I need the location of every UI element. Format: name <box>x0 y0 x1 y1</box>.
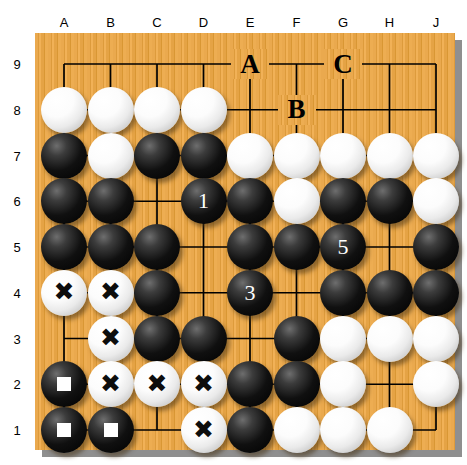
stone-white[interactable] <box>274 407 320 453</box>
x-mark: ✖ <box>193 417 214 442</box>
stone-white[interactable]: ✖ <box>88 316 134 362</box>
row-label: 9 <box>13 58 20 71</box>
go-board: 15✖✖3✖✖✖✖✖ABC <box>35 33 455 450</box>
stone-black[interactable] <box>41 178 87 224</box>
stone-black[interactable] <box>41 407 87 453</box>
stone-black[interactable] <box>88 178 134 224</box>
point-letter-text: C <box>333 51 353 78</box>
stone-black[interactable] <box>227 178 273 224</box>
stone-black[interactable] <box>41 133 87 179</box>
row-label: 2 <box>13 378 20 391</box>
stone-black[interactable]: 1 <box>181 178 227 224</box>
stone-black[interactable] <box>134 316 180 362</box>
stone-black[interactable]: 3 <box>227 270 273 316</box>
square-mark <box>104 423 118 437</box>
square-mark <box>57 377 71 391</box>
move-number-label: 5 <box>338 236 349 258</box>
stone-black[interactable] <box>181 133 227 179</box>
stone-white[interactable] <box>320 133 366 179</box>
stone-white[interactable]: ✖ <box>181 407 227 453</box>
go-diagram: ABCDEFGHJ 987654321 15✖✖3✖✖✖✖✖ABC <box>0 0 467 465</box>
column-label: C <box>152 16 161 29</box>
stone-white[interactable] <box>88 133 134 179</box>
row-label: 7 <box>13 149 20 162</box>
stone-white[interactable]: ✖ <box>181 361 227 407</box>
x-mark: ✖ <box>193 371 214 396</box>
stone-black[interactable] <box>134 224 180 270</box>
stone-black[interactable] <box>227 224 273 270</box>
stone-white[interactable] <box>320 316 366 362</box>
row-label: 3 <box>13 332 20 345</box>
column-label: E <box>246 16 255 29</box>
stone-black[interactable] <box>413 224 459 270</box>
stone-white[interactable] <box>181 87 227 133</box>
point-letter-label[interactable]: B <box>278 95 316 125</box>
row-label: 6 <box>13 195 20 208</box>
row-label: 4 <box>13 286 20 299</box>
stone-white[interactable] <box>227 133 273 179</box>
stone-black[interactable] <box>88 407 134 453</box>
column-label: A <box>60 16 69 29</box>
stone-white[interactable]: ✖ <box>88 361 134 407</box>
stone-black[interactable] <box>413 270 459 316</box>
x-mark: ✖ <box>147 371 168 396</box>
stone-white[interactable] <box>413 361 459 407</box>
column-label: F <box>293 16 301 29</box>
move-number-label: 1 <box>198 190 209 212</box>
x-mark: ✖ <box>100 325 121 350</box>
stone-white[interactable] <box>367 407 413 453</box>
x-mark: ✖ <box>100 371 121 396</box>
stone-black[interactable] <box>274 224 320 270</box>
row-label: 8 <box>13 103 20 116</box>
stone-white[interactable] <box>274 133 320 179</box>
point-letter-label[interactable]: C <box>324 49 362 79</box>
square-mark <box>57 423 71 437</box>
stone-black[interactable] <box>367 270 413 316</box>
stone-white[interactable] <box>41 87 87 133</box>
stone-white[interactable] <box>274 178 320 224</box>
point-letter-text: A <box>240 51 260 78</box>
stone-black[interactable]: 5 <box>320 224 366 270</box>
stone-black[interactable] <box>134 270 180 316</box>
stone-white[interactable] <box>367 316 413 362</box>
stone-white[interactable] <box>413 178 459 224</box>
stone-black[interactable] <box>274 361 320 407</box>
stone-white[interactable] <box>88 87 134 133</box>
stone-black[interactable] <box>367 178 413 224</box>
column-label: B <box>106 16 115 29</box>
column-label: H <box>385 16 394 29</box>
stone-black[interactable] <box>274 316 320 362</box>
stone-black[interactable] <box>41 224 87 270</box>
stone-white[interactable] <box>320 407 366 453</box>
stone-white[interactable]: ✖ <box>41 270 87 316</box>
point-letter-label[interactable]: A <box>231 49 269 79</box>
stone-white[interactable] <box>413 316 459 362</box>
stone-white[interactable]: ✖ <box>134 361 180 407</box>
stone-black[interactable] <box>88 224 134 270</box>
column-label: J <box>433 16 440 29</box>
x-mark: ✖ <box>100 279 121 304</box>
stone-white[interactable] <box>413 133 459 179</box>
column-label: D <box>199 16 208 29</box>
point-letter-text: B <box>287 96 305 123</box>
stone-white[interactable]: ✖ <box>88 270 134 316</box>
stone-black[interactable] <box>134 133 180 179</box>
row-label: 5 <box>13 241 20 254</box>
stone-white[interactable] <box>320 361 366 407</box>
stone-white[interactable] <box>367 133 413 179</box>
move-number-label: 3 <box>245 282 256 304</box>
row-label: 1 <box>13 424 20 437</box>
stone-black[interactable] <box>320 178 366 224</box>
column-label: G <box>338 16 348 29</box>
stone-black[interactable] <box>227 361 273 407</box>
x-mark: ✖ <box>54 279 75 304</box>
stone-white[interactable] <box>134 87 180 133</box>
stone-black[interactable] <box>181 316 227 362</box>
stone-black[interactable] <box>41 361 87 407</box>
stone-black[interactable] <box>227 407 273 453</box>
stone-black[interactable] <box>320 270 366 316</box>
